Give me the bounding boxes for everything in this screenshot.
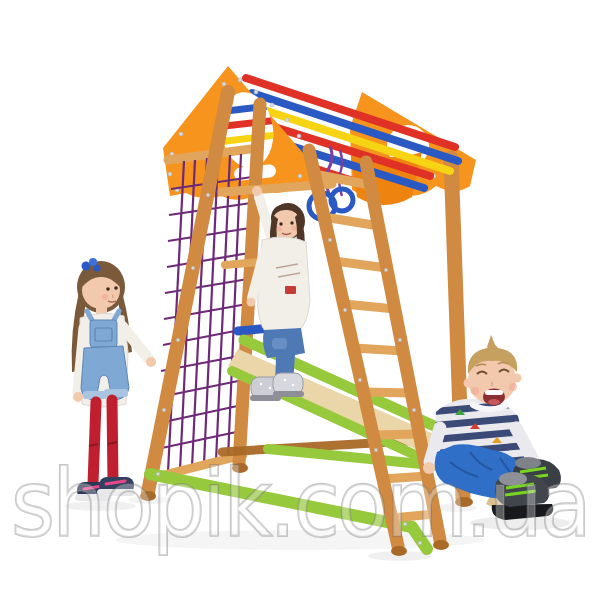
silver-boots — [250, 373, 304, 401]
photo-svg: shopik.com.ua — [0, 0, 600, 600]
watermark-text: shopik.com.ua — [11, 451, 589, 558]
hand — [252, 186, 262, 196]
product-photo: shopik.com.ua — [0, 0, 600, 600]
inner-rung — [225, 262, 260, 265]
